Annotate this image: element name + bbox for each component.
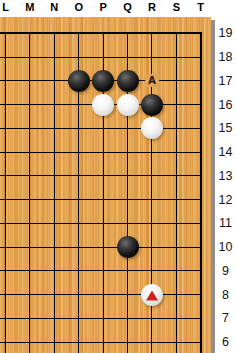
row-label-9: 9 [215,263,236,279]
black-stone [68,70,90,92]
row-label-15: 15 [215,120,236,136]
row-label-7: 7 [215,310,236,326]
column-label-R: R [140,0,164,16]
column-label-O: O [67,0,91,16]
white-stone [92,94,114,116]
grid-line-vertical [176,32,177,353]
column-label-P: P [91,0,115,16]
row-label-14: 14 [215,144,236,160]
go-diagram: LMNOPQRST191817161514131211109876 A [0,0,236,353]
row-label-17: 17 [215,73,236,89]
triangle-marker-icon [146,290,158,300]
column-label-S: S [164,0,188,16]
row-label-6: 6 [215,334,236,350]
row-label-13: 13 [215,168,236,184]
row-label-19: 19 [215,25,236,41]
column-label-Q: Q [116,0,140,16]
row-label-16: 16 [215,97,236,113]
black-stone [92,70,114,92]
column-label-L: L [0,0,18,16]
grid-line-vertical [5,32,6,353]
column-label-M: M [18,0,42,16]
grid-line-vertical [54,32,55,353]
point-label-A: A [145,74,159,87]
column-label-N: N [42,0,66,16]
row-label-11: 11 [215,215,236,231]
row-label-10: 10 [215,239,236,255]
board-shadow [211,20,215,353]
go-board[interactable] [0,17,211,353]
black-stone [117,70,139,92]
grid-line-vertical [29,32,30,353]
white-stone [141,284,163,306]
black-stone [141,94,163,116]
white-stone [117,94,139,116]
column-label-T: T [189,0,213,16]
row-label-12: 12 [215,192,236,208]
black-stone [117,236,139,258]
row-label-8: 8 [215,287,236,303]
row-label-18: 18 [215,49,236,65]
grid-line-vertical [200,32,202,353]
